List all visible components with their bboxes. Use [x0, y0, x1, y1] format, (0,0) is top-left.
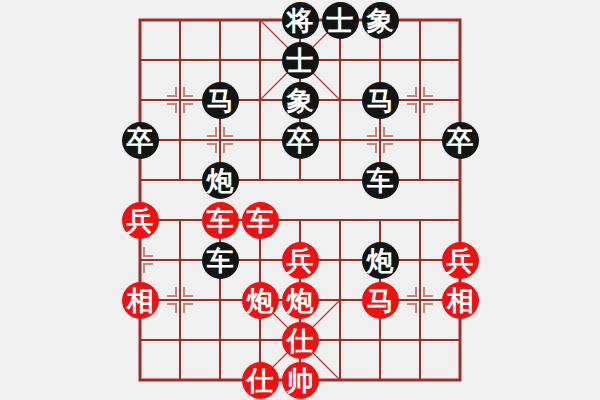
piece-red-soldier[interactable]: 兵 [122, 202, 159, 239]
piece-red-horse[interactable]: 马 [362, 282, 399, 319]
piece-black-horse[interactable]: 马 [202, 82, 239, 119]
piece-black-horse[interactable]: 马 [362, 82, 399, 119]
piece-black-soldier[interactable]: 卒 [122, 122, 159, 159]
piece-red-cannon[interactable]: 炮 [242, 282, 279, 319]
piece-black-general[interactable]: 将 [282, 2, 319, 39]
piece-black-cannon[interactable]: 炮 [202, 162, 239, 199]
piece-red-elephant[interactable]: 相 [122, 282, 159, 319]
piece-black-elephant[interactable]: 象 [362, 2, 399, 39]
piece-red-soldier[interactable]: 兵 [282, 242, 319, 279]
piece-red-soldier[interactable]: 兵 [442, 242, 479, 279]
piece-red-advisor[interactable]: 仕 [282, 322, 319, 359]
piece-black-cannon[interactable]: 炮 [362, 242, 399, 279]
piece-red-elephant[interactable]: 相 [442, 282, 479, 319]
piece-red-advisor[interactable]: 仕 [242, 362, 279, 399]
xiangqi-app: 将士象士马象马卒卒卒炮车兵车车车兵炮兵相炮炮马相仕仕帅 [0, 0, 600, 400]
piece-red-cannon[interactable]: 炮 [282, 282, 319, 319]
piece-red-chariot[interactable]: 车 [202, 202, 239, 239]
piece-black-advisor[interactable]: 士 [282, 42, 319, 79]
piece-black-chariot[interactable]: 车 [362, 162, 399, 199]
piece-black-soldier[interactable]: 卒 [442, 122, 479, 159]
piece-red-chariot[interactable]: 车 [242, 202, 279, 239]
piece-black-soldier[interactable]: 卒 [282, 122, 319, 159]
piece-black-chariot[interactable]: 车 [202, 242, 239, 279]
piece-red-king[interactable]: 帅 [282, 362, 319, 399]
xiangqi-board[interactable]: 将士象士马象马卒卒卒炮车兵车车车兵炮兵相炮炮马相仕仕帅 [120, 0, 480, 400]
piece-black-advisor[interactable]: 士 [322, 2, 359, 39]
piece-black-elephant[interactable]: 象 [282, 82, 319, 119]
